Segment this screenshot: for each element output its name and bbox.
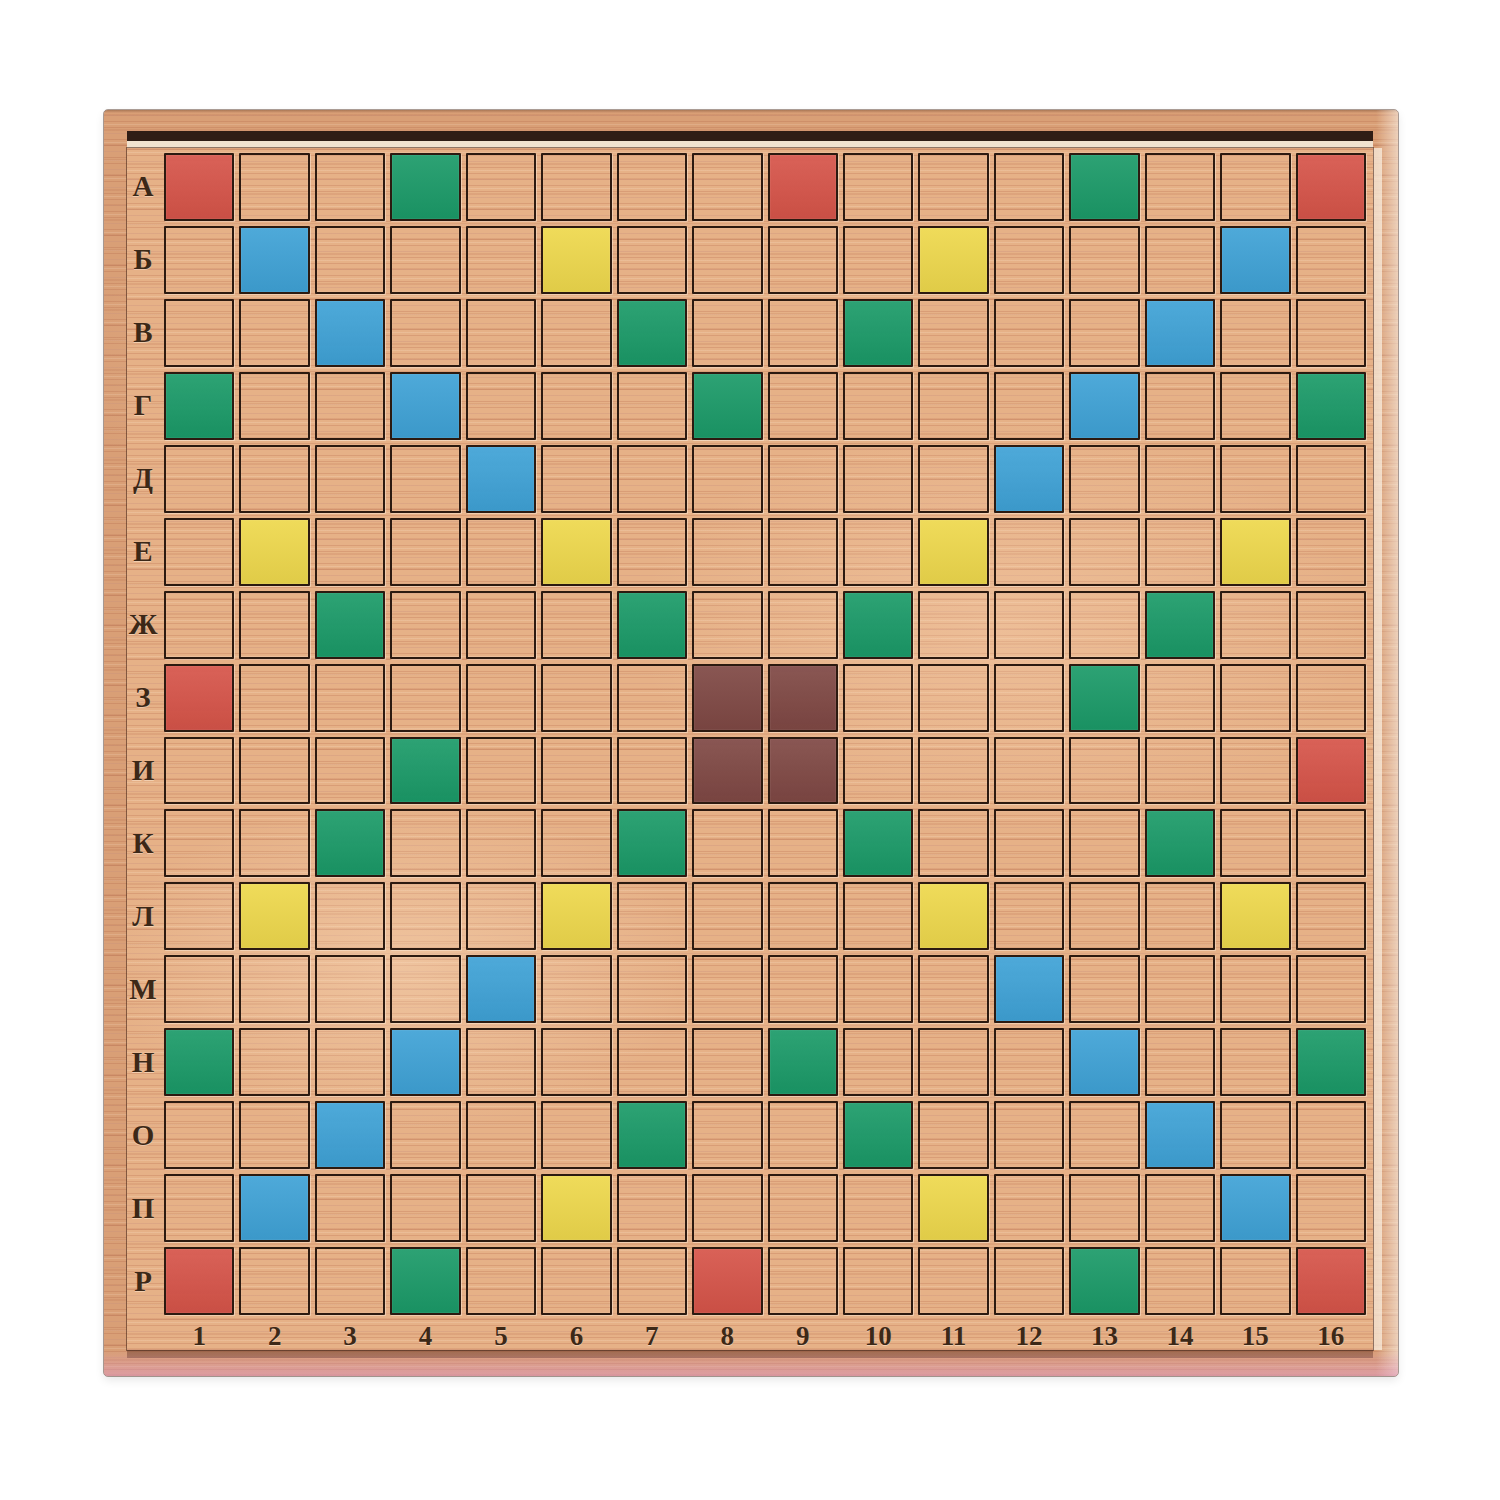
cell-Д10[interactable] <box>843 445 913 513</box>
cell-М7[interactable] <box>617 955 687 1023</box>
cell-А5[interactable] <box>466 153 536 221</box>
cell-Б1[interactable] <box>164 226 234 294</box>
cell-П15[interactable] <box>1220 1174 1290 1242</box>
cell-В7[interactable] <box>617 299 687 367</box>
cell-К4[interactable] <box>390 809 460 877</box>
cell-П10[interactable] <box>843 1174 913 1242</box>
cell-Ж16[interactable] <box>1296 591 1366 659</box>
cell-О8[interactable] <box>692 1101 762 1169</box>
cell-Д13[interactable] <box>1069 445 1139 513</box>
cell-Н1[interactable] <box>164 1028 234 1096</box>
cell-П3[interactable] <box>315 1174 385 1242</box>
cell-Б11[interactable] <box>918 226 988 294</box>
cell-Н13[interactable] <box>1069 1028 1139 1096</box>
game-board: АБВГДЕЖЗИКЛМНОПР12345678910111213141516 <box>104 110 1398 1376</box>
cell-Л2[interactable] <box>239 882 309 950</box>
cell-П11[interactable] <box>918 1174 988 1242</box>
cell-Л14[interactable] <box>1145 882 1215 950</box>
cell-О9[interactable] <box>768 1101 838 1169</box>
cell-Д15[interactable] <box>1220 445 1290 513</box>
row-label-Ж: Ж <box>127 591 159 659</box>
cell-П7[interactable] <box>617 1174 687 1242</box>
cell-З8[interactable] <box>692 664 762 732</box>
cell-О13[interactable] <box>1069 1101 1139 1169</box>
cell-А1[interactable] <box>164 153 234 221</box>
cell-Ж15[interactable] <box>1220 591 1290 659</box>
cell-Е7[interactable] <box>617 518 687 586</box>
cell-П16[interactable] <box>1296 1174 1366 1242</box>
col-label-12: 12 <box>994 1320 1064 1350</box>
cell-В2[interactable] <box>239 299 309 367</box>
cell-В9[interactable] <box>768 299 838 367</box>
cell-А3[interactable] <box>315 153 385 221</box>
cell-М1[interactable] <box>164 955 234 1023</box>
cell-Б12[interactable] <box>994 226 1064 294</box>
cell-П2[interactable] <box>239 1174 309 1242</box>
cell-О14[interactable] <box>1145 1101 1215 1169</box>
cell-К10[interactable] <box>843 809 913 877</box>
cell-Е6[interactable] <box>541 518 611 586</box>
row-label-Е: Е <box>127 518 159 586</box>
cell-Г4[interactable] <box>390 372 460 440</box>
row-label-Л: Л <box>127 882 159 950</box>
cell-А4[interactable] <box>390 153 460 221</box>
cell-Е5[interactable] <box>466 518 536 586</box>
col-label-3: 3 <box>315 1320 385 1350</box>
cell-Е2[interactable] <box>239 518 309 586</box>
cell-А13[interactable] <box>1069 153 1139 221</box>
cell-О2[interactable] <box>239 1101 309 1169</box>
cell-Д8[interactable] <box>692 445 762 513</box>
cell-В11[interactable] <box>918 299 988 367</box>
cell-В13[interactable] <box>1069 299 1139 367</box>
cell-Ж3[interactable] <box>315 591 385 659</box>
cell-Л3[interactable] <box>315 882 385 950</box>
cell-В6[interactable] <box>541 299 611 367</box>
col-label-2: 2 <box>239 1320 309 1350</box>
cell-Н3[interactable] <box>315 1028 385 1096</box>
cell-П13[interactable] <box>1069 1174 1139 1242</box>
cell-И16[interactable] <box>1296 737 1366 805</box>
cell-Н5[interactable] <box>466 1028 536 1096</box>
cell-А14[interactable] <box>1145 153 1215 221</box>
cell-М9[interactable] <box>768 955 838 1023</box>
cell-П6[interactable] <box>541 1174 611 1242</box>
col-label-14: 14 <box>1145 1320 1215 1350</box>
cell-Д5[interactable] <box>466 445 536 513</box>
cell-Л15[interactable] <box>1220 882 1290 950</box>
cell-Г16[interactable] <box>1296 372 1366 440</box>
cell-Л5[interactable] <box>466 882 536 950</box>
cell-З1[interactable] <box>164 664 234 732</box>
cell-К1[interactable] <box>164 809 234 877</box>
cell-Е4[interactable] <box>390 518 460 586</box>
cell-В8[interactable] <box>692 299 762 367</box>
cell-А6[interactable] <box>541 153 611 221</box>
cell-Р13[interactable] <box>1069 1247 1139 1315</box>
cell-В4[interactable] <box>390 299 460 367</box>
cell-Б6[interactable] <box>541 226 611 294</box>
cell-О6[interactable] <box>541 1101 611 1169</box>
cell-З14[interactable] <box>1145 664 1215 732</box>
cell-Г2[interactable] <box>239 372 309 440</box>
cell-Р6[interactable] <box>541 1247 611 1315</box>
cell-Б15[interactable] <box>1220 226 1290 294</box>
cell-В1[interactable] <box>164 299 234 367</box>
row-label-В: В <box>127 299 159 367</box>
cell-В5[interactable] <box>466 299 536 367</box>
cell-Г5[interactable] <box>466 372 536 440</box>
cell-К14[interactable] <box>1145 809 1215 877</box>
row-label-П: П <box>127 1174 159 1242</box>
cell-Н2[interactable] <box>239 1028 309 1096</box>
cell-Б5[interactable] <box>466 226 536 294</box>
cell-И11[interactable] <box>918 737 988 805</box>
cell-Г13[interactable] <box>1069 372 1139 440</box>
cell-Н6[interactable] <box>541 1028 611 1096</box>
cell-Б13[interactable] <box>1069 226 1139 294</box>
col-label-15: 15 <box>1220 1320 1290 1350</box>
cell-Р8[interactable] <box>692 1247 762 1315</box>
cell-З4[interactable] <box>390 664 460 732</box>
cell-З7[interactable] <box>617 664 687 732</box>
cell-Н12[interactable] <box>994 1028 1064 1096</box>
cell-З16[interactable] <box>1296 664 1366 732</box>
cell-А16[interactable] <box>1296 153 1366 221</box>
cell-И12[interactable] <box>994 737 1064 805</box>
cell-Р4[interactable] <box>390 1247 460 1315</box>
cell-М3[interactable] <box>315 955 385 1023</box>
cell-Н15[interactable] <box>1220 1028 1290 1096</box>
cell-И1[interactable] <box>164 737 234 805</box>
cell-Е9[interactable] <box>768 518 838 586</box>
cell-Б7[interactable] <box>617 226 687 294</box>
cell-О4[interactable] <box>390 1101 460 1169</box>
cell-Ж4[interactable] <box>390 591 460 659</box>
cell-Ж1[interactable] <box>164 591 234 659</box>
cell-Р2[interactable] <box>239 1247 309 1315</box>
cell-Е1[interactable] <box>164 518 234 586</box>
row-label-И: И <box>127 737 159 805</box>
cell-О15[interactable] <box>1220 1101 1290 1169</box>
cell-Р7[interactable] <box>617 1247 687 1315</box>
cell-Д11[interactable] <box>918 445 988 513</box>
cell-З13[interactable] <box>1069 664 1139 732</box>
cell-Н9[interactable] <box>768 1028 838 1096</box>
cell-Б9[interactable] <box>768 226 838 294</box>
cell-Р9[interactable] <box>768 1247 838 1315</box>
row-label-Б: Б <box>127 226 159 294</box>
cell-Б8[interactable] <box>692 226 762 294</box>
cell-П9[interactable] <box>768 1174 838 1242</box>
cell-Б3[interactable] <box>315 226 385 294</box>
cell-Е3[interactable] <box>315 518 385 586</box>
cell-И4[interactable] <box>390 737 460 805</box>
cell-З11[interactable] <box>918 664 988 732</box>
cell-М2[interactable] <box>239 955 309 1023</box>
cell-М15[interactable] <box>1220 955 1290 1023</box>
cell-А9[interactable] <box>768 153 838 221</box>
cell-Е12[interactable] <box>994 518 1064 586</box>
cell-А15[interactable] <box>1220 153 1290 221</box>
cell-В10[interactable] <box>843 299 913 367</box>
cell-Н7[interactable] <box>617 1028 687 1096</box>
cell-М8[interactable] <box>692 955 762 1023</box>
cell-А2[interactable] <box>239 153 309 221</box>
label-corner-spacer <box>127 1320 159 1350</box>
cell-Н10[interactable] <box>843 1028 913 1096</box>
cell-Д7[interactable] <box>617 445 687 513</box>
cell-Л9[interactable] <box>768 882 838 950</box>
cell-К16[interactable] <box>1296 809 1366 877</box>
cell-Ж7[interactable] <box>617 591 687 659</box>
cell-И15[interactable] <box>1220 737 1290 805</box>
cell-М6[interactable] <box>541 955 611 1023</box>
cell-В3[interactable] <box>315 299 385 367</box>
cell-П4[interactable] <box>390 1174 460 1242</box>
cell-Б2[interactable] <box>239 226 309 294</box>
cell-Л7[interactable] <box>617 882 687 950</box>
cell-И3[interactable] <box>315 737 385 805</box>
cell-Р5[interactable] <box>466 1247 536 1315</box>
cell-А11[interactable] <box>918 153 988 221</box>
cell-Ж10[interactable] <box>843 591 913 659</box>
cell-Л8[interactable] <box>692 882 762 950</box>
cell-Ж13[interactable] <box>1069 591 1139 659</box>
cell-И14[interactable] <box>1145 737 1215 805</box>
cell-Л6[interactable] <box>541 882 611 950</box>
cell-М5[interactable] <box>466 955 536 1023</box>
row-label-А: А <box>127 153 159 221</box>
cell-З15[interactable] <box>1220 664 1290 732</box>
cell-О7[interactable] <box>617 1101 687 1169</box>
cell-Н8[interactable] <box>692 1028 762 1096</box>
cell-Л4[interactable] <box>390 882 460 950</box>
col-label-10: 10 <box>843 1320 913 1350</box>
row-label-Д: Д <box>127 445 159 513</box>
cell-Д6[interactable] <box>541 445 611 513</box>
cell-Р16[interactable] <box>1296 1247 1366 1315</box>
cell-М4[interactable] <box>390 955 460 1023</box>
cell-Е10[interactable] <box>843 518 913 586</box>
cell-М10[interactable] <box>843 955 913 1023</box>
cell-Л11[interactable] <box>918 882 988 950</box>
cell-М16[interactable] <box>1296 955 1366 1023</box>
cell-О1[interactable] <box>164 1101 234 1169</box>
cell-Н16[interactable] <box>1296 1028 1366 1096</box>
cell-Г3[interactable] <box>315 372 385 440</box>
cell-Б14[interactable] <box>1145 226 1215 294</box>
col-label-8: 8 <box>692 1320 762 1350</box>
cell-В14[interactable] <box>1145 299 1215 367</box>
cell-Г15[interactable] <box>1220 372 1290 440</box>
cell-М14[interactable] <box>1145 955 1215 1023</box>
cell-З2[interactable] <box>239 664 309 732</box>
col-label-6: 6 <box>541 1320 611 1350</box>
cell-Р1[interactable] <box>164 1247 234 1315</box>
cell-А10[interactable] <box>843 153 913 221</box>
cell-К11[interactable] <box>918 809 988 877</box>
cell-З6[interactable] <box>541 664 611 732</box>
cell-П5[interactable] <box>466 1174 536 1242</box>
cell-И10[interactable] <box>843 737 913 805</box>
cell-П14[interactable] <box>1145 1174 1215 1242</box>
cell-Г9[interactable] <box>768 372 838 440</box>
cell-О10[interactable] <box>843 1101 913 1169</box>
cell-О16[interactable] <box>1296 1101 1366 1169</box>
col-label-1: 1 <box>164 1320 234 1350</box>
cell-Г1[interactable] <box>164 372 234 440</box>
cell-Л13[interactable] <box>1069 882 1139 950</box>
cell-М13[interactable] <box>1069 955 1139 1023</box>
cell-Н4[interactable] <box>390 1028 460 1096</box>
cell-Е11[interactable] <box>918 518 988 586</box>
cell-И8[interactable] <box>692 737 762 805</box>
col-label-9: 9 <box>768 1320 838 1350</box>
cell-О11[interactable] <box>918 1101 988 1169</box>
cell-Б10[interactable] <box>843 226 913 294</box>
cell-О3[interactable] <box>315 1101 385 1169</box>
cell-К2[interactable] <box>239 809 309 877</box>
cell-Г6[interactable] <box>541 372 611 440</box>
cell-Д2[interactable] <box>239 445 309 513</box>
row-label-К: К <box>127 809 159 877</box>
cell-Н11[interactable] <box>918 1028 988 1096</box>
cell-Ж5[interactable] <box>466 591 536 659</box>
cell-Е15[interactable] <box>1220 518 1290 586</box>
cell-О5[interactable] <box>466 1101 536 1169</box>
cell-К12[interactable] <box>994 809 1064 877</box>
row-label-З: З <box>127 664 159 732</box>
cell-К9[interactable] <box>768 809 838 877</box>
cell-Д16[interactable] <box>1296 445 1366 513</box>
cell-И5[interactable] <box>466 737 536 805</box>
cell-Б4[interactable] <box>390 226 460 294</box>
cell-З12[interactable] <box>994 664 1064 732</box>
col-label-5: 5 <box>466 1320 536 1350</box>
cell-З10[interactable] <box>843 664 913 732</box>
cell-В15[interactable] <box>1220 299 1290 367</box>
cell-Д12[interactable] <box>994 445 1064 513</box>
cell-Л10[interactable] <box>843 882 913 950</box>
cell-Е14[interactable] <box>1145 518 1215 586</box>
row-label-М: М <box>127 955 159 1023</box>
cell-Р15[interactable] <box>1220 1247 1290 1315</box>
cell-Д3[interactable] <box>315 445 385 513</box>
col-label-16: 16 <box>1296 1320 1366 1350</box>
cell-Л16[interactable] <box>1296 882 1366 950</box>
cell-Ж8[interactable] <box>692 591 762 659</box>
cell-Л1[interactable] <box>164 882 234 950</box>
cell-Д4[interactable] <box>390 445 460 513</box>
cell-З9[interactable] <box>768 664 838 732</box>
cell-Г11[interactable] <box>918 372 988 440</box>
cell-К7[interactable] <box>617 809 687 877</box>
cell-З5[interactable] <box>466 664 536 732</box>
cell-А8[interactable] <box>692 153 762 221</box>
cell-Р10[interactable] <box>843 1247 913 1315</box>
cell-И7[interactable] <box>617 737 687 805</box>
cell-К6[interactable] <box>541 809 611 877</box>
cell-К5[interactable] <box>466 809 536 877</box>
cell-О12[interactable] <box>994 1101 1064 1169</box>
cell-М11[interactable] <box>918 955 988 1023</box>
cell-Е13[interactable] <box>1069 518 1139 586</box>
cell-Ж6[interactable] <box>541 591 611 659</box>
cell-Р14[interactable] <box>1145 1247 1215 1315</box>
board-surface: АБВГДЕЖЗИКЛМНОПР12345678910111213141516 <box>127 148 1373 1350</box>
cell-Ж2[interactable] <box>239 591 309 659</box>
cell-З3[interactable] <box>315 664 385 732</box>
cell-М12[interactable] <box>994 955 1064 1023</box>
cell-П12[interactable] <box>994 1174 1064 1242</box>
cell-Г7[interactable] <box>617 372 687 440</box>
cell-Р12[interactable] <box>994 1247 1064 1315</box>
cell-И2[interactable] <box>239 737 309 805</box>
cell-Г10[interactable] <box>843 372 913 440</box>
cell-И6[interactable] <box>541 737 611 805</box>
cell-К15[interactable] <box>1220 809 1290 877</box>
cell-Г12[interactable] <box>994 372 1064 440</box>
cell-Ж11[interactable] <box>918 591 988 659</box>
cell-А7[interactable] <box>617 153 687 221</box>
cell-Д9[interactable] <box>768 445 838 513</box>
col-label-11: 11 <box>918 1320 988 1350</box>
cell-К3[interactable] <box>315 809 385 877</box>
cell-Р3[interactable] <box>315 1247 385 1315</box>
cell-Г8[interactable] <box>692 372 762 440</box>
cell-Г14[interactable] <box>1145 372 1215 440</box>
cell-П1[interactable] <box>164 1174 234 1242</box>
cell-Е16[interactable] <box>1296 518 1366 586</box>
cell-Ж12[interactable] <box>994 591 1064 659</box>
col-label-7: 7 <box>617 1320 687 1350</box>
cell-П8[interactable] <box>692 1174 762 1242</box>
cell-К13[interactable] <box>1069 809 1139 877</box>
row-label-О: О <box>127 1101 159 1169</box>
cell-И13[interactable] <box>1069 737 1139 805</box>
cell-Д1[interactable] <box>164 445 234 513</box>
cell-В16[interactable] <box>1296 299 1366 367</box>
cell-В12[interactable] <box>994 299 1064 367</box>
cell-Ж14[interactable] <box>1145 591 1215 659</box>
cell-Б16[interactable] <box>1296 226 1366 294</box>
cell-Л12[interactable] <box>994 882 1064 950</box>
col-label-4: 4 <box>390 1320 460 1350</box>
cell-Е8[interactable] <box>692 518 762 586</box>
row-label-Н: Н <box>127 1028 159 1096</box>
cell-К8[interactable] <box>692 809 762 877</box>
cell-Р11[interactable] <box>918 1247 988 1315</box>
cell-Д14[interactable] <box>1145 445 1215 513</box>
cell-Н14[interactable] <box>1145 1028 1215 1096</box>
col-label-13: 13 <box>1069 1320 1139 1350</box>
row-label-Г: Г <box>127 372 159 440</box>
row-label-Р: Р <box>127 1247 159 1315</box>
cell-И9[interactable] <box>768 737 838 805</box>
cell-Ж9[interactable] <box>768 591 838 659</box>
cell-А12[interactable] <box>994 153 1064 221</box>
